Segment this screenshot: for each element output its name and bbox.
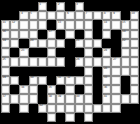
- crossword-cell[interactable]: [84, 48, 93, 57]
- clue-number: 23: [21, 49, 24, 53]
- crossword-cell[interactable]: [102, 30, 111, 39]
- crossword-black-cell: [84, 2, 93, 11]
- crossword-cell[interactable]: 16: [1, 30, 10, 39]
- crossword-cell[interactable]: [56, 11, 65, 20]
- crossword-black-cell: [10, 104, 19, 113]
- crossword-cell[interactable]: 2: [56, 2, 65, 11]
- crossword-cell[interactable]: [84, 30, 93, 39]
- clue-number: 42: [39, 104, 42, 108]
- crossword-black-cell: [10, 113, 19, 122]
- crossword-cell[interactable]: 14: [102, 20, 111, 29]
- crossword-cell[interactable]: [65, 94, 74, 103]
- clue-number: 8: [104, 12, 106, 16]
- crossword-cell[interactable]: [84, 67, 93, 76]
- crossword-cell[interactable]: [102, 104, 111, 113]
- crossword-cell[interactable]: 20: [29, 39, 38, 48]
- crossword-cell[interactable]: 23: [19, 48, 28, 57]
- crossword-black-cell: [75, 113, 84, 122]
- clue-number: 13: [58, 21, 61, 25]
- crossword-black-cell: [47, 67, 56, 76]
- crossword-black-cell: [1, 113, 10, 122]
- crossword-black-cell: [47, 2, 56, 11]
- crossword-black-cell: [130, 2, 139, 11]
- crossword-cell[interactable]: 22: [121, 39, 130, 48]
- crossword-cell[interactable]: [130, 94, 139, 103]
- crossword-black-cell: [65, 39, 74, 48]
- clue-number: 5: [30, 12, 32, 16]
- crossword-cell[interactable]: [111, 85, 120, 94]
- crossword-black-cell: [75, 67, 84, 76]
- crossword-black-cell: [38, 67, 47, 76]
- crossword-black-cell: [111, 113, 120, 122]
- crossword-cell[interactable]: [130, 20, 139, 29]
- clue-number: 35: [48, 86, 51, 90]
- crossword-cell[interactable]: [111, 67, 120, 76]
- crossword-black-cell: [93, 94, 102, 103]
- crossword-cell[interactable]: 42: [38, 104, 47, 113]
- crossword-cell[interactable]: [10, 57, 19, 66]
- crossword-cell[interactable]: 41: [102, 94, 111, 103]
- crossword-cell[interactable]: [47, 11, 56, 20]
- crossword-black-cell: [130, 113, 139, 122]
- crossword-cell[interactable]: [84, 57, 93, 66]
- crossword-black-cell: [93, 2, 102, 11]
- crossword-black-cell: [102, 39, 111, 48]
- crossword-cell[interactable]: 35: [47, 85, 56, 94]
- crossword-cell[interactable]: [111, 20, 120, 29]
- crossword-black-cell: [65, 48, 74, 57]
- crossword-cell[interactable]: [84, 39, 93, 48]
- crossword-black-cell: [111, 2, 120, 11]
- crossword-cell[interactable]: [56, 57, 65, 66]
- crossword-cell[interactable]: [130, 67, 139, 76]
- crossword-cell[interactable]: 32: [65, 76, 74, 85]
- crossword-black-cell: [38, 94, 47, 103]
- crossword-black-cell: [130, 104, 139, 113]
- clue-number: 27: [113, 58, 116, 62]
- crossword-cell[interactable]: 19: [1, 39, 10, 48]
- crossword-cell[interactable]: [121, 67, 130, 76]
- clue-number: 10: [131, 12, 134, 16]
- crossword-black-cell: [93, 30, 102, 39]
- crossword-black-cell: [19, 113, 28, 122]
- crossword-cell[interactable]: [10, 94, 19, 103]
- crossword-cell[interactable]: [1, 48, 10, 57]
- crossword-black-cell: [29, 67, 38, 76]
- clue-number: 12: [12, 21, 15, 25]
- crossword-cell[interactable]: 17: [47, 30, 56, 39]
- crossword-black-cell: [93, 113, 102, 122]
- clue-number: 24: [104, 49, 107, 53]
- crossword-black-cell: [93, 20, 102, 29]
- clue-number: 2: [58, 3, 60, 7]
- crossword-black-cell: [10, 85, 19, 94]
- crossword-cell[interactable]: [29, 85, 38, 94]
- crossword-cell[interactable]: [29, 94, 38, 103]
- clue-number: 11: [3, 21, 6, 25]
- clue-number: 30: [30, 76, 33, 80]
- crossword-cell[interactable]: 33: [102, 76, 111, 85]
- crossword-cell[interactable]: [10, 39, 19, 48]
- crossword-cell[interactable]: [130, 48, 139, 57]
- clue-number: 38: [48, 95, 51, 99]
- crossword-cell[interactable]: [84, 76, 93, 85]
- clue-number: 21: [76, 39, 79, 43]
- crossword-black-cell: [10, 48, 19, 57]
- crossword-black-cell: [102, 113, 111, 122]
- crossword-black-cell: [121, 2, 130, 11]
- crossword-black-cell: [93, 85, 102, 94]
- crossword-cell[interactable]: [111, 94, 120, 103]
- crossword-screenshot: { "game": "crossword", "grid_size": { "c…: [0, 0, 140, 124]
- crossword-cell[interactable]: 13: [56, 20, 65, 29]
- crossword-cell[interactable]: 37: [1, 94, 10, 103]
- crossword-black-cell: [29, 113, 38, 122]
- crossword-black-cell: [121, 113, 130, 122]
- crossword-cell[interactable]: [130, 85, 139, 94]
- crossword-cell[interactable]: [56, 104, 65, 113]
- crossword-cell[interactable]: [84, 20, 93, 29]
- crossword-cell[interactable]: [75, 11, 84, 20]
- crossword-cell[interactable]: 15: [121, 20, 130, 29]
- clue-number: 33: [104, 76, 107, 80]
- clue-number: 18: [122, 30, 125, 34]
- crossword-black-cell: [47, 76, 56, 85]
- crossword-black-cell: [1, 11, 10, 20]
- crossword-cell[interactable]: [130, 39, 139, 48]
- crossword-black-cell: [38, 85, 47, 94]
- crossword-cell[interactable]: [93, 57, 102, 66]
- crossword-cell[interactable]: 39: [56, 94, 65, 103]
- clue-number: 40: [76, 95, 79, 99]
- crossword-black-cell: [111, 30, 120, 39]
- crossword-cell[interactable]: [84, 104, 93, 113]
- crossword-black-cell: [75, 85, 84, 94]
- crossword-cell[interactable]: 30: [29, 76, 38, 85]
- crossword-cell[interactable]: [65, 85, 74, 94]
- clue-number: 34: [21, 86, 24, 90]
- crossword-cell[interactable]: 10: [130, 11, 139, 20]
- crossword-black-cell: [1, 2, 10, 11]
- crossword-black-cell: [38, 48, 47, 57]
- crossword-cell[interactable]: [65, 20, 74, 29]
- crossword-cell[interactable]: [19, 57, 28, 66]
- crossword-black-cell: [19, 76, 28, 85]
- crossword-cell[interactable]: [47, 57, 56, 66]
- crossword-black-cell: [93, 67, 102, 76]
- crossword-cell[interactable]: [84, 94, 93, 103]
- crossword-cell[interactable]: [47, 39, 56, 48]
- crossword-cell[interactable]: [19, 94, 28, 103]
- crossword-cell[interactable]: [121, 57, 130, 66]
- crossword-cell[interactable]: 34: [19, 85, 28, 94]
- crossword-cell[interactable]: [29, 57, 38, 66]
- clue-number: 29: [3, 76, 6, 80]
- crossword-cell[interactable]: 1: [38, 2, 47, 11]
- crossword-cell[interactable]: 24: [102, 48, 111, 57]
- crossword-black-cell: [19, 67, 28, 76]
- crossword-black-cell: [102, 2, 111, 11]
- crossword-black-cell: [47, 20, 56, 29]
- crossword-black-cell: [19, 2, 28, 11]
- crossword-cell[interactable]: 6: [65, 11, 74, 20]
- crossword-cell[interactable]: [38, 11, 47, 20]
- crossword-cell[interactable]: 11: [1, 20, 10, 29]
- crossword-cell[interactable]: 27: [111, 57, 120, 66]
- crossword-cell[interactable]: [29, 30, 38, 39]
- crossword-cell[interactable]: 40: [75, 94, 84, 103]
- crossword-cell[interactable]: 4: [19, 11, 28, 20]
- crossword-cell[interactable]: [65, 30, 74, 39]
- crossword-black-cell: [65, 67, 74, 76]
- crossword-black-cell: [10, 11, 19, 20]
- crossword-cell[interactable]: [102, 57, 111, 66]
- crossword-black-cell: [75, 30, 84, 39]
- crossword-black-cell: [29, 48, 38, 57]
- clue-number: 28: [104, 67, 107, 71]
- clue-number: 19: [3, 39, 6, 43]
- clue-number: 4: [21, 12, 23, 16]
- clue-number: 15: [122, 21, 125, 25]
- crossword-black-cell: [121, 85, 130, 94]
- crossword-cell[interactable]: [65, 104, 74, 113]
- crossword-grid: 1234567891011121314151617181920212223242…: [1, 2, 139, 122]
- crossword-black-cell: [121, 104, 130, 113]
- crossword-cell[interactable]: [93, 104, 102, 113]
- crossword-black-cell: [121, 11, 130, 20]
- clue-number: 37: [3, 95, 6, 99]
- clue-number: 17: [48, 30, 51, 34]
- crossword-black-cell: [93, 76, 102, 85]
- crossword-cell[interactable]: [130, 30, 139, 39]
- crossword-cell[interactable]: [47, 113, 56, 122]
- crossword-black-cell: [75, 48, 84, 57]
- crossword-black-cell: [56, 48, 65, 57]
- clue-number: 41: [104, 95, 107, 99]
- crossword-black-cell: [29, 104, 38, 113]
- crossword-cell[interactable]: [130, 76, 139, 85]
- crossword-cell[interactable]: 8: [102, 11, 111, 20]
- crossword-cell[interactable]: 31: [56, 76, 65, 85]
- crossword-cell[interactable]: 29: [1, 76, 10, 85]
- crossword-black-cell: [56, 85, 65, 94]
- crossword-cell[interactable]: [75, 76, 84, 85]
- clue-number: 9: [113, 12, 115, 16]
- crossword-black-cell: [65, 57, 74, 66]
- crossword-cell[interactable]: [93, 11, 102, 20]
- crossword-cell[interactable]: 36: [102, 85, 111, 94]
- crossword-cell[interactable]: [19, 20, 28, 29]
- crossword-cell[interactable]: 9: [111, 11, 120, 20]
- crossword-black-cell: [56, 30, 65, 39]
- crossword-cell[interactable]: [84, 113, 93, 122]
- crossword-black-cell: [38, 113, 47, 122]
- clue-number: 1: [39, 3, 41, 7]
- crossword-cell[interactable]: [38, 39, 47, 48]
- crossword-cell[interactable]: [29, 20, 38, 29]
- clue-number: 26: [76, 58, 79, 62]
- crossword-black-cell: [38, 30, 47, 39]
- crossword-black-cell: [111, 48, 120, 57]
- crossword-black-cell: [29, 2, 38, 11]
- crossword-black-cell: [93, 48, 102, 57]
- crossword-cell[interactable]: [111, 104, 120, 113]
- crossword-cell[interactable]: 18: [121, 30, 130, 39]
- crossword-cell[interactable]: [47, 48, 56, 57]
- crossword-cell[interactable]: [111, 76, 120, 85]
- crossword-cell[interactable]: [121, 94, 130, 103]
- crossword-black-cell: [111, 39, 120, 48]
- crossword-cell[interactable]: 21: [75, 39, 84, 48]
- crossword-cell[interactable]: [47, 104, 56, 113]
- crossword-cell[interactable]: [1, 104, 10, 113]
- crossword-cell[interactable]: [19, 104, 28, 113]
- crossword-black-cell: [10, 67, 19, 76]
- clue-number: 22: [122, 39, 125, 43]
- clue-number: 31: [58, 76, 61, 80]
- crossword-cell[interactable]: 12: [10, 20, 19, 29]
- clue-number: 16: [3, 30, 6, 34]
- clue-number: 25: [3, 58, 6, 62]
- crossword-black-cell: [10, 2, 19, 11]
- clue-number: 14: [104, 21, 107, 25]
- crossword-cell[interactable]: [130, 57, 139, 66]
- crossword-cell[interactable]: [93, 39, 102, 48]
- crossword-black-cell: [19, 39, 28, 48]
- crossword-black-cell: [65, 2, 74, 11]
- crossword-black-cell: [121, 76, 130, 85]
- clue-number: 7: [85, 12, 87, 16]
- crossword-cell[interactable]: [1, 67, 10, 76]
- crossword-cell[interactable]: 5: [29, 11, 38, 20]
- crossword-cell[interactable]: [56, 39, 65, 48]
- crossword-cell[interactable]: [75, 104, 84, 113]
- crossword-cell[interactable]: [10, 76, 19, 85]
- crossword-cell[interactable]: [38, 57, 47, 66]
- crossword-cell[interactable]: 3: [75, 2, 84, 11]
- crossword-cell[interactable]: [75, 20, 84, 29]
- crossword-cell[interactable]: [10, 30, 19, 39]
- crossword-black-cell: [56, 67, 65, 76]
- clue-number: 39: [58, 95, 61, 99]
- crossword-black-cell: [56, 113, 65, 122]
- crossword-cell[interactable]: [121, 48, 130, 57]
- clue-number: 3: [76, 3, 78, 7]
- crossword-cell[interactable]: 25: [1, 57, 10, 66]
- clue-number: 20: [30, 39, 33, 43]
- crossword-cell[interactable]: [38, 20, 47, 29]
- clue-number: 6: [67, 12, 69, 16]
- crossword-cell[interactable]: [65, 113, 74, 122]
- crossword-cell[interactable]: [19, 30, 28, 39]
- crossword-cell[interactable]: 26: [75, 57, 84, 66]
- crossword-cell[interactable]: 7: [84, 11, 93, 20]
- clue-number: 32: [67, 76, 70, 80]
- clue-number: 36: [104, 86, 107, 90]
- crossword-cell[interactable]: 38: [47, 94, 56, 103]
- crossword-cell[interactable]: [84, 85, 93, 94]
- crossword-cell[interactable]: 28: [102, 67, 111, 76]
- crossword-cell[interactable]: [38, 76, 47, 85]
- crossword-cell[interactable]: [1, 85, 10, 94]
